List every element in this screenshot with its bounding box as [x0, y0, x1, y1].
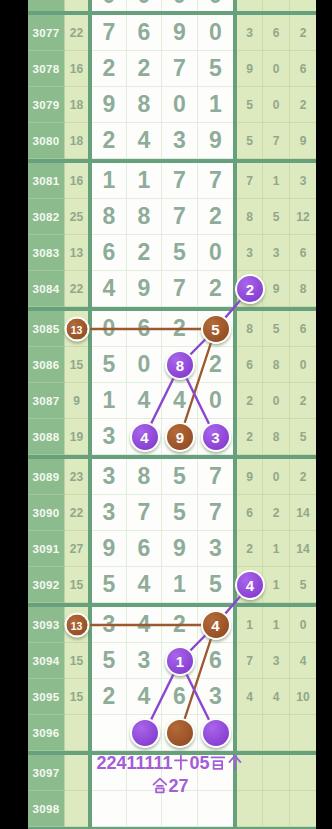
row-3085: 3085130625856: [28, 311, 316, 347]
sum-3081: 16: [65, 163, 88, 199]
sum-3086: 15: [65, 347, 88, 383]
right-black-strip: [316, 0, 332, 829]
cell-3082-d1: 8: [92, 199, 127, 235]
lottery-trend-chart: 0000307722769036230781622759063079189801…: [0, 0, 332, 829]
trend-table: 0000307722769036230781622759063079189801…: [28, 0, 316, 829]
cell-3085-d1: 0: [92, 311, 127, 347]
cell-3086-r3: 0: [290, 347, 316, 383]
cell-3087-d1: 1: [92, 383, 127, 419]
cell-3086-d3: 8: [162, 347, 198, 383]
cell-3089-d3: 5: [162, 459, 198, 495]
cell-3092-d2: 4: [127, 567, 162, 603]
cell-3095-r1: 4: [237, 679, 263, 715]
issue-3080: 3080: [28, 123, 65, 159]
cell-3092-d4: 5: [198, 567, 233, 603]
cell-3082-d2: 8: [127, 199, 162, 235]
issue-3078: 3078: [28, 51, 65, 87]
cell-3095-d4: 3: [198, 679, 233, 715]
issue-3098: 3098: [28, 791, 65, 827]
cell-3095-d1: 2: [92, 679, 127, 715]
row-3077: 3077227690362: [28, 15, 316, 51]
cell-3077-r2: 6: [263, 15, 290, 51]
issue-3094: 3094: [28, 643, 65, 679]
cell-3082-r3: 12: [290, 199, 316, 235]
cell-3083-d2: 2: [127, 235, 162, 271]
cell-3079-r2: 0: [263, 87, 290, 123]
row-3096: 3096: [28, 715, 316, 751]
cell-3089-d2: 8: [127, 459, 162, 495]
cell-3080-r1: 5: [237, 123, 263, 159]
row-3086: 3086155082680: [28, 347, 316, 383]
cell-3078-r1: 9: [237, 51, 263, 87]
cell-3085-r1: 8: [237, 311, 263, 347]
cell-3094-r1: 7: [237, 643, 263, 679]
cell-3096-d1: [92, 715, 127, 751]
annotation-char: 2: [96, 753, 106, 773]
cell-3090-r3: 14: [290, 495, 316, 531]
cell-3078-d3: 7: [162, 51, 198, 87]
cell-3093-r2: 1: [263, 607, 290, 643]
issue-3086: 3086: [28, 347, 65, 383]
row-3091: 30912796932114: [28, 531, 316, 567]
sum-3095: 15: [65, 679, 88, 715]
cell-3098-r3: [290, 791, 316, 827]
sum-3079: 18: [65, 87, 88, 123]
cell-3086-r1: 6: [237, 347, 263, 383]
row-3095: 30951524634410: [28, 679, 316, 715]
annotation-line-2: 27: [96, 775, 243, 798]
sum-3077: 22: [65, 15, 88, 51]
issue-3087: 3087: [28, 383, 65, 419]
cell-top-d1: 0: [92, 0, 127, 11]
sum-3085: 13: [65, 311, 88, 347]
row-3078: 3078162275906: [28, 51, 316, 87]
row-3090: 30902237576214: [28, 495, 316, 531]
cell-3090-r1: 6: [237, 495, 263, 531]
cell-3083-r1: 3: [237, 235, 263, 271]
issue-3089: 3089: [28, 459, 65, 495]
cell-3094-r3: 4: [290, 643, 316, 679]
cell-3085-d3: 2: [162, 311, 198, 347]
annotation-char: 0: [190, 753, 200, 773]
cell-3083-d3: 5: [162, 235, 198, 271]
issue-3097: 3097: [28, 755, 65, 791]
issue-3093: 3093: [28, 607, 65, 643]
cell-3086-d1: 5: [92, 347, 127, 383]
row-3088: 3088193493285: [28, 419, 316, 455]
cell-3077-d3: 9: [162, 15, 198, 51]
cell-3087-r3: 2: [290, 383, 316, 419]
sum-3092: 15: [65, 567, 88, 603]
row-3079: 3079189801502: [28, 87, 316, 123]
sum-3094: 15: [65, 643, 88, 679]
cjk-glyph: [210, 754, 227, 771]
cell-3084-r2: 9: [263, 271, 290, 307]
cell-3091-r1: 2: [237, 531, 263, 567]
cell-3077-r3: 2: [290, 15, 316, 51]
sum-3080: 18: [65, 123, 88, 159]
sum-3098: [65, 791, 88, 827]
cell-3090-r2: 2: [263, 495, 290, 531]
annotation-char: 1: [135, 753, 144, 773]
issue-3084: 3084: [28, 271, 65, 307]
sum-3090: 22: [65, 495, 88, 531]
cell-3084-d3: 7: [162, 271, 198, 307]
cell-top-r3: [290, 0, 316, 11]
cell-3094-d4: 6: [198, 643, 233, 679]
cjk-glyph: [173, 754, 190, 771]
annotation-char: 1: [126, 753, 135, 773]
sum-3093: 13: [65, 607, 88, 643]
cell-3085-d4: 5: [198, 311, 233, 347]
cell-3092-d1: 5: [92, 567, 127, 603]
cell-3082-r2: 5: [263, 199, 290, 235]
annotation-char: 4: [116, 753, 126, 773]
sum-3083: 13: [65, 235, 88, 271]
cell-3093-r3: 0: [290, 607, 316, 643]
cell-3081-r3: 3: [290, 163, 316, 199]
cell-3093-d2: 4: [127, 607, 162, 643]
cell-3097-r2: [263, 755, 290, 791]
sum-3087: 9: [65, 383, 88, 419]
sum-3078: 16: [65, 51, 88, 87]
cell-3087-d4: 0: [198, 383, 233, 419]
cell-3082-d4: 2: [198, 199, 233, 235]
cell-3096-r2: [263, 715, 290, 751]
cell-3090-d4: 7: [198, 495, 233, 531]
cell-3089-r3: 2: [290, 459, 316, 495]
cell-3082-r1: 8: [237, 199, 263, 235]
issue-3088: 3088: [28, 419, 65, 455]
cell-3077-d2: 6: [127, 15, 162, 51]
cell-3080-d1: 2: [92, 123, 127, 159]
cell-3085-d2: 6: [127, 311, 162, 347]
cell-top-r1: [237, 0, 263, 11]
cell-3090-d1: 3: [92, 495, 127, 531]
cell-top-d4: 0: [198, 0, 233, 11]
cell-3079-d1: 9: [92, 87, 127, 123]
cell-3093-d1: 3: [92, 607, 127, 643]
cell-3095-d2: 4: [127, 679, 162, 715]
cell-3096-d4: [198, 715, 233, 751]
cell-3096-r1: [237, 715, 263, 751]
row-3081: 3081161177713: [28, 163, 316, 199]
annotation-line-1: 2241111105: [96, 752, 243, 775]
row-3089: 3089233857902: [28, 459, 316, 495]
cell-3077-r1: 3: [237, 15, 263, 51]
cell-3083-r2: 3: [263, 235, 290, 271]
cell-3091-d2: 6: [127, 531, 162, 567]
cell-3094-r2: 3: [263, 643, 290, 679]
cell-3078-d1: 2: [92, 51, 127, 87]
cell-3078-r2: 0: [263, 51, 290, 87]
issue-3081: 3081: [28, 163, 65, 199]
cell-3082-d3: 7: [162, 199, 198, 235]
row-3082: 30822588728512: [28, 199, 316, 235]
cell-3084-d1: 4: [92, 271, 127, 307]
cell-3086-r2: 8: [263, 347, 290, 383]
cell-3080-d3: 3: [162, 123, 198, 159]
cell-3087-r2: 0: [263, 383, 290, 419]
cell-3092-r2: 1: [263, 567, 290, 603]
prediction-annotation: 2241111105 27: [96, 752, 243, 798]
row-3093: 3093133424110: [28, 607, 316, 643]
cell-3086-d2: 0: [127, 347, 162, 383]
cell-3081-r1: 7: [237, 163, 263, 199]
issue-3092: 3092: [28, 567, 65, 603]
cell-3081-d2: 1: [127, 163, 162, 199]
cell-3087-d3: 4: [162, 383, 198, 419]
cell-3091-r2: 1: [263, 531, 290, 567]
cell-3088-d4: 3: [198, 419, 233, 455]
cell-3084-r1: 2: [237, 271, 263, 307]
cell-3087-d2: 4: [127, 383, 162, 419]
cell-3088-d1: 3: [92, 419, 127, 455]
cell-3088-d3: 9: [162, 419, 198, 455]
cell-3078-d4: 5: [198, 51, 233, 87]
cell-3077-d1: 7: [92, 15, 127, 51]
cell-3097-r3: [290, 755, 316, 791]
annotation-char: 1: [145, 753, 154, 773]
cell-3093-r1: 1: [237, 607, 263, 643]
cell-top-d2: 0: [127, 0, 162, 11]
cell-3083-d4: 0: [198, 235, 233, 271]
row-3083: 3083136250336: [28, 235, 316, 271]
cell-3078-r3: 6: [290, 51, 316, 87]
cell-3084-r3: 8: [290, 271, 316, 307]
row-3084: 3084224972298: [28, 271, 316, 307]
cell-3081-r2: 1: [263, 163, 290, 199]
annotation-char: 5: [200, 753, 210, 773]
issue-3082: 3082: [28, 199, 65, 235]
sum-3089: 23: [65, 459, 88, 495]
cell-3096-d3: [162, 715, 198, 751]
annotation-char: 2: [106, 753, 116, 773]
cell-3085-r2: 5: [263, 311, 290, 347]
row-partial-top: 0000: [28, 0, 316, 11]
cell-3080-r2: 7: [263, 123, 290, 159]
issue-3079: 3079: [28, 87, 65, 123]
cell-3088-r3: 5: [290, 419, 316, 455]
cell-3090-d2: 7: [127, 495, 162, 531]
cell-3092-d3: 1: [162, 567, 198, 603]
sum-top: [65, 0, 88, 11]
cell-3083-d1: 6: [92, 235, 127, 271]
cell-3086-d4: 2: [198, 347, 233, 383]
row-3092: 3092155415415: [28, 567, 316, 603]
issue-top: [28, 0, 65, 11]
cell-3080-d4: 9: [198, 123, 233, 159]
cell-3089-r1: 9: [237, 459, 263, 495]
cell-3089-d1: 3: [92, 459, 127, 495]
cell-3091-d4: 3: [198, 531, 233, 567]
sum-3088: 19: [65, 419, 88, 455]
cell-3080-d2: 4: [127, 123, 162, 159]
annotation-char: 2: [168, 776, 178, 796]
cell-3081-d4: 7: [198, 163, 233, 199]
cell-3080-r3: 9: [290, 123, 316, 159]
row-3094: 3094155316734: [28, 643, 316, 679]
cell-3083-r3: 6: [290, 235, 316, 271]
annotation-char: 1: [154, 753, 163, 773]
issue-3090: 3090: [28, 495, 65, 531]
left-black-strip: [0, 0, 28, 829]
sum-3096: [65, 715, 88, 751]
cell-3085-r3: 6: [290, 311, 316, 347]
cell-3088-r1: 2: [237, 419, 263, 455]
cell-3093-d4: 4: [198, 607, 233, 643]
cell-3084-d4: 2: [198, 271, 233, 307]
cell-3089-d4: 7: [198, 459, 233, 495]
cell-3091-d1: 9: [92, 531, 127, 567]
issue-3095: 3095: [28, 679, 65, 715]
cell-top-d3: 0: [162, 0, 198, 11]
cell-top-r2: [263, 0, 290, 11]
cell-3079-d2: 8: [127, 87, 162, 123]
cell-3091-d3: 9: [162, 531, 198, 567]
cell-3094-d1: 5: [92, 643, 127, 679]
cell-3088-d2: 4: [127, 419, 162, 455]
cell-3091-r3: 14: [290, 531, 316, 567]
cell-3079-r3: 2: [290, 87, 316, 123]
cell-3079-d3: 0: [162, 87, 198, 123]
row-3080: 3080182439579: [28, 123, 316, 159]
issue-3083: 3083: [28, 235, 65, 271]
issue-3085: 3085: [28, 311, 65, 347]
cell-3090-d3: 5: [162, 495, 198, 531]
cjk-glyph: [151, 777, 168, 794]
cell-3079-d4: 1: [198, 87, 233, 123]
cjk-glyph: [227, 754, 244, 771]
row-partial-wrap: 0000: [28, 0, 316, 11]
cell-3089-r2: 0: [263, 459, 290, 495]
row-3087: 308791440202: [28, 383, 316, 419]
issue-3077: 3077: [28, 15, 65, 51]
sum-3091: 27: [65, 531, 88, 567]
cell-3092-r1: 4: [237, 567, 263, 603]
cell-3077-d4: 0: [198, 15, 233, 51]
cell-3088-r2: 8: [263, 419, 290, 455]
annotation-char: 7: [179, 776, 189, 796]
cell-3081-d1: 1: [92, 163, 127, 199]
sum-3084: 22: [65, 271, 88, 307]
cell-3078-d2: 2: [127, 51, 162, 87]
cell-3087-r1: 2: [237, 383, 263, 419]
cell-3094-d3: 1: [162, 643, 198, 679]
issue-3091: 3091: [28, 531, 65, 567]
issue-3096: 3096: [28, 715, 65, 751]
cell-3096-r3: [290, 715, 316, 751]
cell-3096-d2: [127, 715, 162, 751]
cell-3095-d3: 6: [162, 679, 198, 715]
cell-3081-d3: 7: [162, 163, 198, 199]
cell-3095-r2: 4: [263, 679, 290, 715]
cell-3092-r3: 5: [290, 567, 316, 603]
cell-3098-r2: [263, 791, 290, 827]
cell-3094-d2: 3: [127, 643, 162, 679]
cell-3084-d2: 9: [127, 271, 162, 307]
sum-3082: 25: [65, 199, 88, 235]
cell-3093-d3: 2: [162, 607, 198, 643]
cell-3079-r1: 5: [237, 87, 263, 123]
sum-3097: [65, 755, 88, 791]
cell-3095-r3: 10: [290, 679, 316, 715]
annotation-char: 1: [163, 753, 173, 773]
